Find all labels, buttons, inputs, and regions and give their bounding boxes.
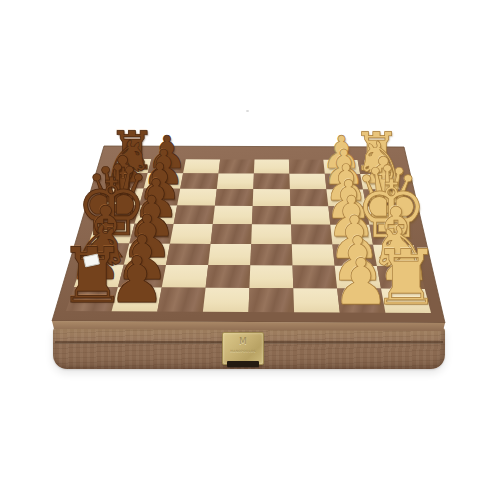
- board-square: [170, 224, 213, 244]
- board-square: [219, 159, 255, 173]
- board-square: [89, 224, 135, 244]
- board-square: [174, 206, 215, 225]
- board-square: [292, 244, 335, 265]
- board-square: [251, 224, 292, 244]
- board-square: [112, 287, 162, 311]
- board-square: [328, 206, 369, 225]
- board-square: [360, 174, 399, 190]
- board-square: [293, 288, 340, 312]
- board-square: [162, 265, 209, 288]
- board-square: [124, 244, 170, 265]
- board-square: [381, 289, 431, 313]
- board-square: [289, 160, 325, 174]
- board-square: [177, 189, 217, 206]
- board-square: [112, 159, 151, 173]
- board-square: [118, 265, 166, 288]
- board-square: [208, 244, 251, 265]
- board-square: [148, 159, 186, 173]
- board-square: [139, 189, 180, 206]
- board-square: [291, 206, 331, 225]
- board-square: [213, 206, 253, 225]
- board-square: [373, 245, 419, 266]
- board-square: [135, 206, 178, 225]
- board-square: [358, 160, 396, 174]
- chess-board: [0, 0, 480, 480]
- board-square: [129, 224, 173, 244]
- board-square: [332, 245, 377, 266]
- board-square: [291, 225, 332, 245]
- board-square: [249, 288, 295, 312]
- board-square: [377, 266, 425, 289]
- board-square: [337, 288, 385, 312]
- board-square: [107, 173, 148, 189]
- board-square: [323, 160, 360, 174]
- board-square: [290, 189, 328, 206]
- board-square: [211, 224, 252, 244]
- board-square: [183, 159, 220, 173]
- board-square: [369, 225, 413, 245]
- board-square: [166, 244, 211, 265]
- board-square: [203, 288, 250, 312]
- board-square: [66, 287, 118, 311]
- board-square: [253, 189, 291, 206]
- board-square: [180, 173, 218, 189]
- board-square: [366, 207, 409, 226]
- board-square: [95, 205, 139, 224]
- board-square: [253, 174, 290, 190]
- board-square: [144, 173, 183, 189]
- board-square: [252, 206, 291, 225]
- board-square: [102, 188, 144, 205]
- board-square: [254, 160, 290, 174]
- board-square: [206, 265, 251, 288]
- board-square: [335, 266, 381, 289]
- board-square: [326, 189, 366, 206]
- board-square: [74, 264, 124, 287]
- board-square: [217, 173, 254, 189]
- board-square: [363, 190, 404, 207]
- board-square: [325, 174, 363, 190]
- board-square: [250, 244, 292, 265]
- chess-set-photo: M MANOPOULOS ♜♞♝♛♚♝♞♜♟♟♟♟♟♟♟♟♟♟♟♟♟♟♟♟♜♞♝…: [0, 0, 480, 480]
- board-square: [157, 288, 205, 312]
- board-square: [249, 265, 293, 288]
- board-square: [293, 266, 338, 289]
- board-square: [215, 189, 253, 206]
- board-square: [330, 225, 373, 245]
- board-square: [289, 174, 326, 190]
